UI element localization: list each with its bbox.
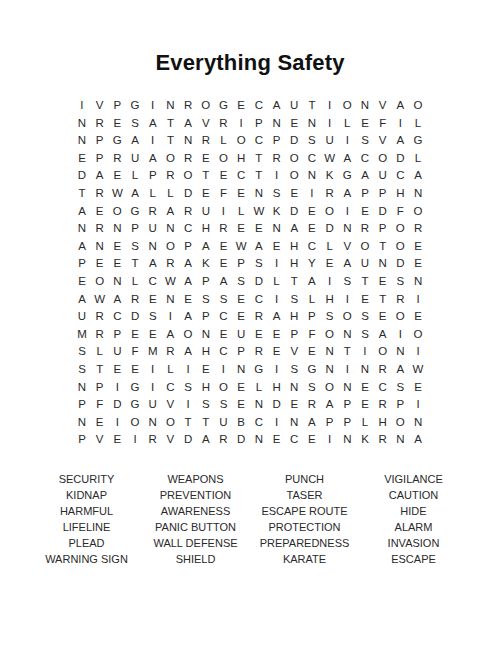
grid-cell-r7-c1[interactable]: A [73, 203, 91, 221]
grid-cell-r10-c3[interactable]: E [109, 255, 127, 273]
grid-cell-r13-c10[interactable]: E [232, 308, 250, 326]
grid-cell-r1-c7[interactable]: R [179, 97, 197, 115]
grid-cell-r12-c7[interactable]: E [179, 291, 197, 309]
grid-cell-r14-c16[interactable]: N [338, 326, 356, 344]
grid-cell-r2-c8[interactable]: V [197, 115, 215, 133]
grid-cell-r14-c20[interactable]: O [409, 326, 427, 344]
grid-cell-r5-c7[interactable]: O [179, 167, 197, 185]
grid-cell-r20-c9[interactable]: R [215, 431, 233, 449]
grid-cell-r16-c6[interactable]: L [162, 361, 180, 379]
grid-cell-r8-c2[interactable]: R [91, 220, 109, 238]
grid-cell-r3-c10[interactable]: O [232, 132, 250, 150]
grid-cell-r11-c20[interactable]: N [409, 273, 427, 291]
grid-cell-r10-c15[interactable]: E [321, 255, 339, 273]
grid-cell-r20-c15[interactable]: I [321, 431, 339, 449]
grid-cell-r19-c3[interactable]: I [109, 414, 127, 432]
grid-cell-r15-c2[interactable]: L [91, 343, 109, 361]
grid-cell-r4-c16[interactable]: A [338, 150, 356, 168]
grid-cell-r2-c10[interactable]: I [232, 115, 250, 133]
grid-cell-r12-c14[interactable]: L [303, 291, 321, 309]
grid-cell-r4-c20[interactable]: L [409, 150, 427, 168]
grid-cell-r8-c15[interactable]: D [321, 220, 339, 238]
grid-cell-r11-c13[interactable]: T [285, 273, 303, 291]
grid-cell-r11-c6[interactable]: W [162, 273, 180, 291]
grid-cell-r9-c14[interactable]: C [303, 238, 321, 256]
grid-cell-r5-c14[interactable]: N [303, 167, 321, 185]
grid-cell-r8-c11[interactable]: E [250, 220, 268, 238]
grid-cell-r15-c4[interactable]: F [126, 343, 144, 361]
grid-cell-r3-c6[interactable]: T [162, 132, 180, 150]
grid-cell-r19-c9[interactable]: U [215, 414, 233, 432]
grid-cell-r15-c20[interactable]: I [409, 343, 427, 361]
grid-cell-r12-c18[interactable]: T [374, 291, 392, 309]
grid-cell-r12-c5[interactable]: E [144, 291, 162, 309]
grid-cell-r14-c5[interactable]: E [144, 326, 162, 344]
grid-cell-r16-c11[interactable]: G [250, 361, 268, 379]
grid-cell-r18-c1[interactable]: P [73, 396, 91, 414]
grid-cell-r2-c7[interactable]: A [179, 115, 197, 133]
grid-cell-r16-c1[interactable]: S [73, 361, 91, 379]
grid-cell-r8-c7[interactable]: C [179, 220, 197, 238]
grid-cell-r9-c1[interactable]: A [73, 238, 91, 256]
grid-cell-r20-c4[interactable]: I [126, 431, 144, 449]
grid-cell-r11-c11[interactable]: D [250, 273, 268, 291]
grid-cell-r19-c16[interactable]: P [338, 414, 356, 432]
grid-cell-r11-c15[interactable]: I [321, 273, 339, 291]
grid-cell-r4-c8[interactable]: E [197, 150, 215, 168]
grid-cell-r12-c12[interactable]: I [268, 291, 286, 309]
grid-cell-r18-c10[interactable]: E [232, 396, 250, 414]
grid-cell-r2-c9[interactable]: R [215, 115, 233, 133]
grid-cell-r3-c11[interactable]: C [250, 132, 268, 150]
grid-cell-r3-c16[interactable]: I [338, 132, 356, 150]
grid-cell-r18-c17[interactable]: E [356, 396, 374, 414]
grid-cell-r9-c6[interactable]: O [162, 238, 180, 256]
grid-cell-r19-c19[interactable]: O [392, 414, 410, 432]
grid-cell-r13-c12[interactable]: A [268, 308, 286, 326]
grid-cell-r5-c1[interactable]: D [73, 167, 91, 185]
grid-cell-r18-c18[interactable]: R [374, 396, 392, 414]
grid-cell-r2-c13[interactable]: E [285, 115, 303, 133]
grid-cell-r2-c4[interactable]: S [126, 115, 144, 133]
grid-cell-r18-c12[interactable]: D [268, 396, 286, 414]
grid-cell-r20-c8[interactable]: A [197, 431, 215, 449]
grid-cell-r17-c11[interactable]: L [250, 379, 268, 397]
grid-cell-r6-c20[interactable]: N [409, 185, 427, 203]
grid-cell-r5-c10[interactable]: C [232, 167, 250, 185]
grid-cell-r13-c9[interactable]: C [215, 308, 233, 326]
grid-cell-r15-c3[interactable]: U [109, 343, 127, 361]
grid-cell-r17-c12[interactable]: H [268, 379, 286, 397]
grid-cell-r3-c4[interactable]: A [126, 132, 144, 150]
grid-cell-r2-c17[interactable]: E [356, 115, 374, 133]
grid-cell-r20-c5[interactable]: R [144, 431, 162, 449]
grid-cell-r10-c2[interactable]: E [91, 255, 109, 273]
grid-cell-r8-c6[interactable]: N [162, 220, 180, 238]
grid-cell-r16-c7[interactable]: I [179, 361, 197, 379]
grid-cell-r20-c2[interactable]: V [91, 431, 109, 449]
grid-cell-r17-c3[interactable]: I [109, 379, 127, 397]
grid-cell-r14-c7[interactable]: O [179, 326, 197, 344]
grid-cell-r11-c16[interactable]: S [338, 273, 356, 291]
grid-cell-r4-c4[interactable]: U [126, 150, 144, 168]
grid-cell-r14-c14[interactable]: F [303, 326, 321, 344]
grid-cell-r15-c5[interactable]: M [144, 343, 162, 361]
grid-cell-r13-c18[interactable]: E [374, 308, 392, 326]
grid-cell-r2-c6[interactable]: T [162, 115, 180, 133]
grid-cell-r11-c1[interactable]: E [73, 273, 91, 291]
grid-cell-r3-c20[interactable]: G [409, 132, 427, 150]
grid-cell-r13-c11[interactable]: R [250, 308, 268, 326]
grid-cell-r19-c8[interactable]: T [197, 414, 215, 432]
grid-cell-r2-c16[interactable]: L [338, 115, 356, 133]
grid-cell-r7-c19[interactable]: F [392, 203, 410, 221]
grid-cell-r7-c3[interactable]: O [109, 203, 127, 221]
grid-cell-r17-c9[interactable]: O [215, 379, 233, 397]
grid-cell-r9-c3[interactable]: E [109, 238, 127, 256]
grid-cell-r15-c6[interactable]: R [162, 343, 180, 361]
grid-cell-r15-c18[interactable]: O [374, 343, 392, 361]
grid-cell-r6-c4[interactable]: A [126, 185, 144, 203]
grid-cell-r17-c15[interactable]: O [321, 379, 339, 397]
grid-cell-r18-c3[interactable]: D [109, 396, 127, 414]
grid-cell-r20-c13[interactable]: C [285, 431, 303, 449]
grid-cell-r5-c6[interactable]: R [162, 167, 180, 185]
grid-cell-r7-c18[interactable]: D [374, 203, 392, 221]
grid-cell-r18-c19[interactable]: P [392, 396, 410, 414]
grid-cell-r16-c9[interactable]: I [215, 361, 233, 379]
grid-cell-r16-c12[interactable]: I [268, 361, 286, 379]
grid-cell-r6-c16[interactable]: A [338, 185, 356, 203]
grid-cell-r15-c15[interactable]: N [321, 343, 339, 361]
grid-cell-r14-c19[interactable]: I [392, 326, 410, 344]
grid-cell-r14-c13[interactable]: P [285, 326, 303, 344]
grid-cell-r9-c11[interactable]: A [250, 238, 268, 256]
grid-cell-r17-c18[interactable]: C [374, 379, 392, 397]
grid-cell-r18-c13[interactable]: E [285, 396, 303, 414]
grid-cell-r4-c19[interactable]: D [392, 150, 410, 168]
grid-cell-r3-c9[interactable]: L [215, 132, 233, 150]
grid-cell-r17-c5[interactable]: I [144, 379, 162, 397]
grid-cell-r17-c13[interactable]: N [285, 379, 303, 397]
grid-cell-r10-c20[interactable]: E [409, 255, 427, 273]
grid-cell-r18-c20[interactable]: I [409, 396, 427, 414]
grid-cell-r12-c19[interactable]: R [392, 291, 410, 309]
grid-cell-r10-c11[interactable]: S [250, 255, 268, 273]
grid-cell-r19-c1[interactable]: N [73, 414, 91, 432]
grid-cell-r15-c1[interactable]: S [73, 343, 91, 361]
grid-cell-r10-c1[interactable]: P [73, 255, 91, 273]
grid-cell-r4-c11[interactable]: T [250, 150, 268, 168]
grid-cell-r17-c8[interactable]: H [197, 379, 215, 397]
grid-cell-r13-c7[interactable]: A [179, 308, 197, 326]
grid-cell-r7-c14[interactable]: E [303, 203, 321, 221]
grid-cell-r12-c20[interactable]: I [409, 291, 427, 309]
grid-cell-r7-c2[interactable]: E [91, 203, 109, 221]
grid-cell-r12-c6[interactable]: N [162, 291, 180, 309]
grid-cell-r13-c20[interactable]: E [409, 308, 427, 326]
grid-cell-r10-c4[interactable]: T [126, 255, 144, 273]
grid-cell-r8-c19[interactable]: O [392, 220, 410, 238]
grid-cell-r7-c15[interactable]: O [321, 203, 339, 221]
grid-cell-r3-c7[interactable]: N [179, 132, 197, 150]
grid-cell-r1-c8[interactable]: O [197, 97, 215, 115]
grid-cell-r4-c5[interactable]: A [144, 150, 162, 168]
grid-cell-r1-c6[interactable]: N [162, 97, 180, 115]
grid-cell-r13-c2[interactable]: R [91, 308, 109, 326]
grid-cell-r8-c5[interactable]: U [144, 220, 162, 238]
grid-cell-r1-c5[interactable]: I [144, 97, 162, 115]
grid-cell-r2-c14[interactable]: N [303, 115, 321, 133]
grid-cell-r6-c18[interactable]: P [374, 185, 392, 203]
grid-cell-r6-c8[interactable]: E [197, 185, 215, 203]
grid-cell-r12-c11[interactable]: C [250, 291, 268, 309]
grid-cell-r9-c13[interactable]: H [285, 238, 303, 256]
grid-cell-r15-c11[interactable]: R [250, 343, 268, 361]
grid-cell-r16-c14[interactable]: G [303, 361, 321, 379]
grid-cell-r18-c14[interactable]: R [303, 396, 321, 414]
grid-cell-r6-c7[interactable]: D [179, 185, 197, 203]
grid-cell-r20-c20[interactable]: A [409, 431, 427, 449]
grid-cell-r3-c18[interactable]: V [374, 132, 392, 150]
grid-cell-r5-c16[interactable]: G [338, 167, 356, 185]
grid-cell-r7-c13[interactable]: D [285, 203, 303, 221]
grid-cell-r10-c8[interactable]: K [197, 255, 215, 273]
grid-cell-r20-c18[interactable]: R [374, 431, 392, 449]
grid-cell-r18-c11[interactable]: N [250, 396, 268, 414]
grid-cell-r7-c5[interactable]: R [144, 203, 162, 221]
grid-cell-r11-c12[interactable]: L [268, 273, 286, 291]
grid-cell-r2-c18[interactable]: F [374, 115, 392, 133]
grid-cell-r6-c12[interactable]: S [268, 185, 286, 203]
grid-cell-r13-c13[interactable]: H [285, 308, 303, 326]
grid-cell-r14-c15[interactable]: O [321, 326, 339, 344]
grid-cell-r11-c7[interactable]: A [179, 273, 197, 291]
grid-cell-r10-c6[interactable]: R [162, 255, 180, 273]
grid-cell-r5-c5[interactable]: P [144, 167, 162, 185]
grid-cell-r14-c4[interactable]: E [126, 326, 144, 344]
grid-cell-r11-c4[interactable]: L [126, 273, 144, 291]
grid-cell-r7-c8[interactable]: U [197, 203, 215, 221]
grid-cell-r5-c12[interactable]: I [268, 167, 286, 185]
grid-cell-r19-c13[interactable]: N [285, 414, 303, 432]
grid-cell-r3-c3[interactable]: G [109, 132, 127, 150]
grid-cell-r2-c15[interactable]: I [321, 115, 339, 133]
grid-cell-r18-c6[interactable]: V [162, 396, 180, 414]
grid-cell-r9-c5[interactable]: N [144, 238, 162, 256]
grid-cell-r6-c9[interactable]: F [215, 185, 233, 203]
grid-cell-r6-c13[interactable]: E [285, 185, 303, 203]
grid-cell-r1-c12[interactable]: A [268, 97, 286, 115]
grid-cell-r14-c11[interactable]: E [250, 326, 268, 344]
grid-cell-r3-c8[interactable]: R [197, 132, 215, 150]
grid-cell-r15-c12[interactable]: E [268, 343, 286, 361]
grid-cell-r15-c13[interactable]: V [285, 343, 303, 361]
grid-cell-r10-c13[interactable]: H [285, 255, 303, 273]
grid-cell-r1-c15[interactable]: I [321, 97, 339, 115]
grid-cell-r17-c10[interactable]: E [232, 379, 250, 397]
grid-cell-r16-c20[interactable]: W [409, 361, 427, 379]
grid-cell-r7-c16[interactable]: I [338, 203, 356, 221]
grid-cell-r7-c7[interactable]: R [179, 203, 197, 221]
grid-cell-r1-c19[interactable]: A [392, 97, 410, 115]
grid-cell-r20-c7[interactable]: D [179, 431, 197, 449]
grid-cell-r12-c13[interactable]: S [285, 291, 303, 309]
grid-cell-r13-c1[interactable]: U [73, 308, 91, 326]
grid-cell-r15-c17[interactable]: I [356, 343, 374, 361]
grid-cell-r16-c4[interactable]: E [126, 361, 144, 379]
grid-cell-r19-c2[interactable]: E [91, 414, 109, 432]
grid-cell-r12-c1[interactable]: A [73, 291, 91, 309]
grid-cell-r9-c12[interactable]: E [268, 238, 286, 256]
grid-cell-r6-c19[interactable]: H [392, 185, 410, 203]
grid-cell-r5-c20[interactable]: A [409, 167, 427, 185]
grid-cell-r18-c5[interactable]: U [144, 396, 162, 414]
grid-cell-r19-c10[interactable]: B [232, 414, 250, 432]
grid-cell-r9-c7[interactable]: P [179, 238, 197, 256]
grid-cell-r16-c3[interactable]: E [109, 361, 127, 379]
grid-cell-r12-c4[interactable]: R [126, 291, 144, 309]
grid-cell-r13-c15[interactable]: S [321, 308, 339, 326]
grid-cell-r16-c2[interactable]: T [91, 361, 109, 379]
grid-cell-r15-c14[interactable]: E [303, 343, 321, 361]
grid-cell-r8-c3[interactable]: N [109, 220, 127, 238]
grid-cell-r3-c5[interactable]: I [144, 132, 162, 150]
grid-cell-r10-c16[interactable]: A [338, 255, 356, 273]
grid-cell-r10-c17[interactable]: U [356, 255, 374, 273]
grid-cell-r20-c10[interactable]: D [232, 431, 250, 449]
grid-cell-r17-c17[interactable]: E [356, 379, 374, 397]
grid-cell-r16-c8[interactable]: E [197, 361, 215, 379]
grid-cell-r6-c1[interactable]: T [73, 185, 91, 203]
grid-cell-r4-c3[interactable]: R [109, 150, 127, 168]
grid-cell-r3-c15[interactable]: U [321, 132, 339, 150]
grid-cell-r1-c9[interactable]: G [215, 97, 233, 115]
grid-cell-r4-c15[interactable]: W [321, 150, 339, 168]
grid-cell-r11-c18[interactable]: E [374, 273, 392, 291]
grid-cell-r3-c14[interactable]: S [303, 132, 321, 150]
grid-cell-r4-c1[interactable]: E [73, 150, 91, 168]
grid-cell-r8-c18[interactable]: P [374, 220, 392, 238]
grid-cell-r20-c1[interactable]: P [73, 431, 91, 449]
grid-cell-r4-c12[interactable]: R [268, 150, 286, 168]
grid-cell-r15-c10[interactable]: P [232, 343, 250, 361]
grid-cell-r13-c3[interactable]: C [109, 308, 127, 326]
grid-cell-r18-c7[interactable]: I [179, 396, 197, 414]
grid-cell-r19-c20[interactable]: N [409, 414, 427, 432]
grid-cell-r15-c8[interactable]: H [197, 343, 215, 361]
grid-cell-r1-c10[interactable]: E [232, 97, 250, 115]
grid-cell-r6-c17[interactable]: P [356, 185, 374, 203]
grid-cell-r12-c15[interactable]: H [321, 291, 339, 309]
grid-cell-r2-c12[interactable]: N [268, 115, 286, 133]
grid-cell-r7-c10[interactable]: L [232, 203, 250, 221]
grid-cell-r20-c16[interactable]: N [338, 431, 356, 449]
grid-cell-r3-c2[interactable]: P [91, 132, 109, 150]
grid-cell-r19-c7[interactable]: T [179, 414, 197, 432]
grid-cell-r4-c13[interactable]: O [285, 150, 303, 168]
grid-cell-r17-c19[interactable]: S [392, 379, 410, 397]
grid-cell-r9-c18[interactable]: T [374, 238, 392, 256]
grid-cell-r14-c18[interactable]: A [374, 326, 392, 344]
grid-cell-r1-c4[interactable]: G [126, 97, 144, 115]
grid-cell-r19-c15[interactable]: P [321, 414, 339, 432]
grid-cell-r4-c7[interactable]: R [179, 150, 197, 168]
grid-cell-r2-c2[interactable]: R [91, 115, 109, 133]
grid-cell-r1-c11[interactable]: C [250, 97, 268, 115]
grid-cell-r11-c8[interactable]: P [197, 273, 215, 291]
grid-cell-r7-c17[interactable]: E [356, 203, 374, 221]
grid-cell-r14-c1[interactable]: M [73, 326, 91, 344]
grid-cell-r15-c16[interactable]: T [338, 343, 356, 361]
grid-cell-r19-c5[interactable]: N [144, 414, 162, 432]
grid-cell-r12-c9[interactable]: S [215, 291, 233, 309]
grid-cell-r19-c12[interactable]: I [268, 414, 286, 432]
grid-cell-r12-c3[interactable]: A [109, 291, 127, 309]
grid-cell-r3-c13[interactable]: D [285, 132, 303, 150]
grid-cell-r15-c7[interactable]: A [179, 343, 197, 361]
grid-cell-r3-c17[interactable]: S [356, 132, 374, 150]
grid-cell-r17-c6[interactable]: C [162, 379, 180, 397]
grid-cell-r1-c20[interactable]: O [409, 97, 427, 115]
grid-cell-r12-c2[interactable]: W [91, 291, 109, 309]
grid-cell-r20-c12[interactable]: E [268, 431, 286, 449]
grid-cell-r3-c19[interactable]: A [392, 132, 410, 150]
grid-cell-r5-c9[interactable]: E [215, 167, 233, 185]
grid-cell-r6-c10[interactable]: E [232, 185, 250, 203]
grid-cell-r12-c17[interactable]: E [356, 291, 374, 309]
grid-cell-r2-c5[interactable]: A [144, 115, 162, 133]
grid-cell-r17-c16[interactable]: N [338, 379, 356, 397]
grid-cell-r10-c18[interactable]: N [374, 255, 392, 273]
grid-cell-r18-c15[interactable]: A [321, 396, 339, 414]
grid-cell-r2-c19[interactable]: I [392, 115, 410, 133]
grid-cell-r9-c20[interactable]: E [409, 238, 427, 256]
grid-cell-r16-c15[interactable]: N [321, 361, 339, 379]
grid-cell-r11-c19[interactable]: S [392, 273, 410, 291]
grid-cell-r2-c20[interactable]: L [409, 115, 427, 133]
grid-cell-r8-c10[interactable]: E [232, 220, 250, 238]
grid-cell-r16-c5[interactable]: I [144, 361, 162, 379]
grid-cell-r20-c11[interactable]: N [250, 431, 268, 449]
grid-cell-r16-c17[interactable]: N [356, 361, 374, 379]
grid-cell-r18-c8[interactable]: S [197, 396, 215, 414]
grid-cell-r10-c5[interactable]: A [144, 255, 162, 273]
grid-cell-r7-c11[interactable]: W [250, 203, 268, 221]
grid-cell-r20-c14[interactable]: E [303, 431, 321, 449]
grid-cell-r6-c2[interactable]: R [91, 185, 109, 203]
grid-cell-r5-c2[interactable]: A [91, 167, 109, 185]
grid-cell-r17-c7[interactable]: S [179, 379, 197, 397]
grid-cell-r9-c17[interactable]: O [356, 238, 374, 256]
grid-cell-r14-c8[interactable]: N [197, 326, 215, 344]
grid-cell-r10-c10[interactable]: P [232, 255, 250, 273]
grid-cell-r8-c14[interactable]: E [303, 220, 321, 238]
grid-cell-r9-c10[interactable]: W [232, 238, 250, 256]
grid-cell-r8-c1[interactable]: N [73, 220, 91, 238]
grid-cell-r19-c14[interactable]: A [303, 414, 321, 432]
grid-cell-r14-c3[interactable]: P [109, 326, 127, 344]
grid-cell-r5-c19[interactable]: C [392, 167, 410, 185]
grid-cell-r13-c19[interactable]: O [392, 308, 410, 326]
grid-cell-r3-c1[interactable]: N [73, 132, 91, 150]
grid-cell-r8-c9[interactable]: R [215, 220, 233, 238]
grid-cell-r13-c8[interactable]: P [197, 308, 215, 326]
grid-cell-r11-c14[interactable]: A [303, 273, 321, 291]
grid-cell-r9-c4[interactable]: S [126, 238, 144, 256]
grid-cell-r20-c3[interactable]: E [109, 431, 127, 449]
grid-cell-r14-c10[interactable]: U [232, 326, 250, 344]
